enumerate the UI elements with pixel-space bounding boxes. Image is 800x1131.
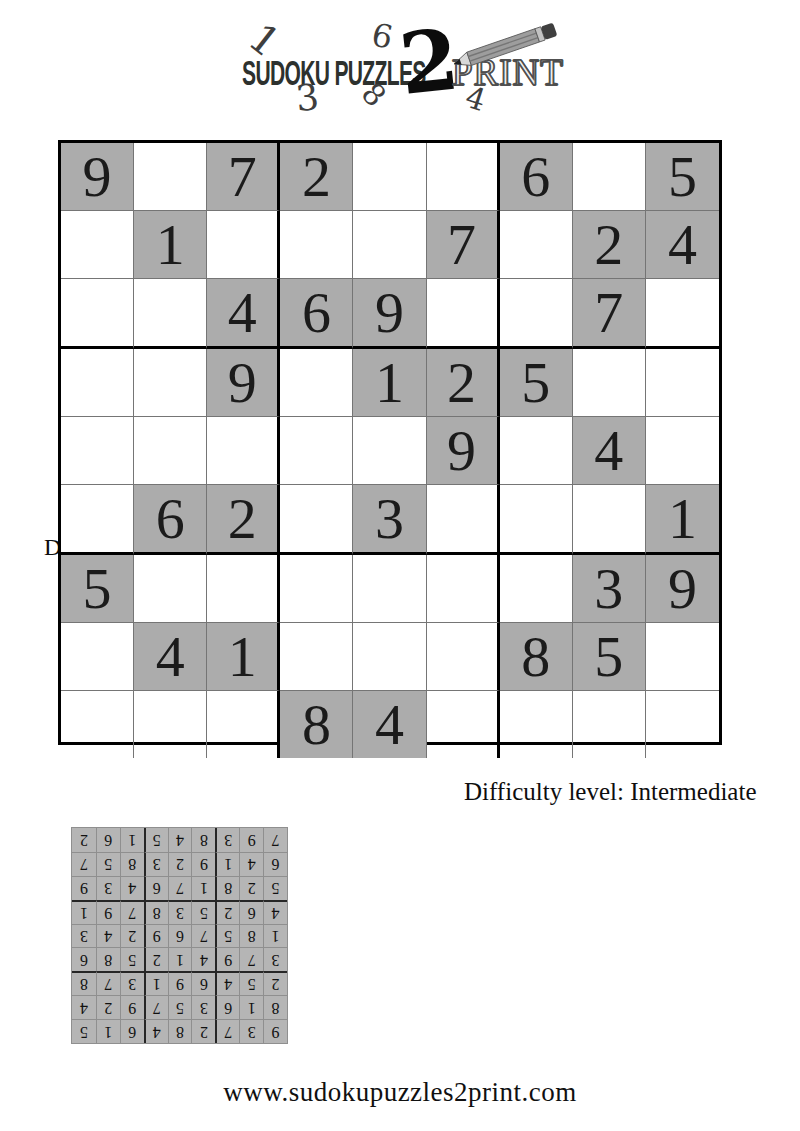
solution-cell-r4c8: 8 <box>96 947 120 971</box>
puzzle-cell-r4c6: 2 <box>427 349 500 417</box>
solution-cell-r3c2: 5 <box>239 971 263 995</box>
solution-cell-r4c5: 1 <box>168 947 192 971</box>
solution-cell-r2c3: 6 <box>215 995 239 1019</box>
solution-cell-r3c3: 4 <box>215 971 239 995</box>
puzzle-cell-r6c8[interactable] <box>573 485 646 555</box>
puzzle-cell-r7c3[interactable] <box>207 555 280 623</box>
difficulty-line: Difficulty level: Intermediate <box>464 778 757 806</box>
puzzle-cell-r5c8: 4 <box>573 417 646 485</box>
solution-cell-r4c2: 7 <box>239 947 263 971</box>
puzzle-cell-r4c2[interactable] <box>134 349 207 417</box>
solution-cell-r2c6: 7 <box>144 995 168 1019</box>
puzzle-cell-r4c9[interactable] <box>646 349 719 417</box>
puzzle-cell-r3c3: 4 <box>207 279 280 349</box>
solution-cell-r2c4: 3 <box>191 995 215 1019</box>
solution-cell-r4c9: 6 <box>72 947 96 971</box>
puzzle-cell-r2c3[interactable] <box>207 211 280 279</box>
solution-cell-r6c5: 3 <box>168 900 192 924</box>
puzzle-cell-r3c5: 9 <box>353 279 426 349</box>
puzzle-cell-r1c5[interactable] <box>353 143 426 211</box>
puzzle-cell-r7c1: 5 <box>61 555 134 623</box>
solution-cell-r3c7: 3 <box>120 971 144 995</box>
solution-cell-r5c7: 2 <box>120 924 144 948</box>
puzzle-cell-r6c5: 3 <box>353 485 426 555</box>
solution-cell-r7c5: 7 <box>168 876 192 900</box>
solution-cell-r1c2: 3 <box>239 1019 263 1043</box>
solution-cell-r1c5: 8 <box>168 1019 192 1043</box>
puzzle-cell-r3c8: 7 <box>573 279 646 349</box>
solution-cell-r8c8: 5 <box>96 852 120 876</box>
solution-cell-r3c6: 1 <box>144 971 168 995</box>
puzzle-cell-r2c9: 4 <box>646 211 719 279</box>
solution-cell-r5c8: 4 <box>96 924 120 948</box>
puzzle-cell-r9c5: 4 <box>353 691 426 758</box>
puzzle-cell-r7c4[interactable] <box>280 555 353 623</box>
solution-cell-r7c8: 3 <box>96 876 120 900</box>
solution-cell-r1c6: 4 <box>144 1019 168 1043</box>
solution-cell-r6c8: 9 <box>96 900 120 924</box>
solution-cell-r5c1: 1 <box>263 924 287 948</box>
solution-cell-r8c7: 8 <box>120 852 144 876</box>
solution-cell-r9c1: 7 <box>263 828 287 852</box>
solution-cell-r7c9: 9 <box>72 876 96 900</box>
puzzle-cell-r1c7: 6 <box>500 143 573 211</box>
solution-cell-r1c8: 1 <box>96 1019 120 1043</box>
puzzle-cell-r8c5[interactable] <box>353 623 426 691</box>
puzzle-cell-r6c3: 2 <box>207 485 280 555</box>
puzzle-cell-r8c4[interactable] <box>280 623 353 691</box>
solution-cell-r5c9: 3 <box>72 924 96 948</box>
puzzle-cell-r4c1[interactable] <box>61 349 134 417</box>
solution-cell-r3c4: 6 <box>191 971 215 995</box>
puzzle-cell-r5c9[interactable] <box>646 417 719 485</box>
solution-cell-r8c5: 2 <box>168 852 192 876</box>
solution-cell-r6c9: 1 <box>72 900 96 924</box>
solution-cell-r9c4: 8 <box>191 828 215 852</box>
puzzle-cell-r9c4: 8 <box>280 691 353 758</box>
solution-cell-r4c4: 4 <box>191 947 215 971</box>
footer-url: www.sudokupuzzles2print.com <box>0 1077 800 1108</box>
puzzle-cell-r1c2[interactable] <box>134 143 207 211</box>
puzzle-cell-r8c2: 4 <box>134 623 207 691</box>
solution-cell-r2c8: 2 <box>96 995 120 1019</box>
puzzle-cell-r7c9: 9 <box>646 555 719 623</box>
puzzle-cell-r3c2[interactable] <box>134 279 207 349</box>
puzzle-cell-r7c6[interactable] <box>427 555 500 623</box>
solution-cell-r9c9: 2 <box>72 828 96 852</box>
puzzle-cell-r5c7[interactable] <box>500 417 573 485</box>
puzzle-cell-r2c4[interactable] <box>280 211 353 279</box>
solution-cell-r5c3: 5 <box>215 924 239 948</box>
solution-cell-r3c9: 8 <box>72 971 96 995</box>
puzzle-cell-r4c4[interactable] <box>280 349 353 417</box>
puzzle-cell-r6c1[interactable] <box>61 485 134 555</box>
solution-cell-r8c2: 4 <box>239 852 263 876</box>
puzzle-cell-r2c6: 7 <box>427 211 500 279</box>
puzzle-cell-r1c8[interactable] <box>573 143 646 211</box>
puzzle-cell-r6c2: 6 <box>134 485 207 555</box>
puzzle-cell-r9c9[interactable] <box>646 691 719 758</box>
puzzle-cell-r6c9: 1 <box>646 485 719 555</box>
puzzle-cell-r5c4[interactable] <box>280 417 353 485</box>
puzzle-cell-r9c1[interactable] <box>61 691 134 758</box>
solution-cell-r3c5: 9 <box>168 971 192 995</box>
puzzle-cell-r2c7[interactable] <box>500 211 573 279</box>
solution-cell-r3c1: 2 <box>263 971 287 995</box>
solution-cell-r1c3: 7 <box>215 1019 239 1043</box>
puzzle-cell-r8c8: 5 <box>573 623 646 691</box>
page: 1 6 SUDOKU PUZZLES 2 PRINT 3 8 4 D 97265… <box>0 0 800 1131</box>
solution-cell-r2c9: 4 <box>72 995 96 1019</box>
solution-cell-r6c2: 6 <box>239 900 263 924</box>
solution-cell-r2c7: 9 <box>120 995 144 1019</box>
puzzle-cell-r6c7[interactable] <box>500 485 573 555</box>
solution-cell-r4c1: 3 <box>263 947 287 971</box>
solution-cell-r5c5: 6 <box>168 924 192 948</box>
solution-cell-r5c4: 7 <box>191 924 215 948</box>
solution-cell-r9c3: 3 <box>215 828 239 852</box>
logo-scatter-digit: 6 <box>369 18 396 54</box>
puzzle-cell-r9c3[interactable] <box>207 691 280 758</box>
solution-cell-r2c1: 8 <box>263 995 287 1019</box>
solution-cell-r1c7: 6 <box>120 1019 144 1043</box>
puzzle-cell-r4c7: 5 <box>500 349 573 417</box>
solution-cell-r4c7: 5 <box>120 947 144 971</box>
solution-cell-r1c4: 2 <box>191 1019 215 1043</box>
solution-cell-r1c1: 9 <box>263 1019 287 1043</box>
solution-cell-r1c9: 5 <box>72 1019 96 1043</box>
solution-cell-r8c6: 3 <box>144 852 168 876</box>
solution-cell-r8c1: 6 <box>263 852 287 876</box>
solution-cell-r6c4: 5 <box>191 900 215 924</box>
solution-cell-r4c3: 9 <box>215 947 239 971</box>
pencil-icon <box>438 8 578 78</box>
solution-cell-r7c7: 4 <box>120 876 144 900</box>
puzzle-cell-r9c7[interactable] <box>500 691 573 758</box>
sudoku-puzzle-grid: 97265172446979125946231539418584 <box>58 140 722 745</box>
solution-cell-r8c9: 7 <box>72 852 96 876</box>
puzzle-cell-r5c1[interactable] <box>61 417 134 485</box>
solution-cell-r7c2: 2 <box>239 876 263 900</box>
puzzle-cell-r8c3: 1 <box>207 623 280 691</box>
puzzle-cell-r2c8: 2 <box>573 211 646 279</box>
puzzle-cell-r2c2: 1 <box>134 211 207 279</box>
puzzle-cell-r7c5[interactable] <box>353 555 426 623</box>
puzzle-cell-r8c6[interactable] <box>427 623 500 691</box>
solution-cell-r7c1: 5 <box>263 876 287 900</box>
puzzle-cell-r8c9[interactable] <box>646 623 719 691</box>
solution-cell-r2c2: 1 <box>239 995 263 1019</box>
solution-cell-r5c6: 9 <box>144 924 168 948</box>
puzzle-cell-r4c3: 9 <box>207 349 280 417</box>
solution-cell-r8c4: 9 <box>191 852 215 876</box>
puzzle-cell-r3c9[interactable] <box>646 279 719 349</box>
puzzle-cell-r7c8: 3 <box>573 555 646 623</box>
puzzle-cell-r3c7[interactable] <box>500 279 573 349</box>
puzzle-cell-r4c8[interactable] <box>573 349 646 417</box>
puzzle-cell-r9c6[interactable] <box>427 691 500 758</box>
solution-cell-r9c2: 9 <box>239 828 263 852</box>
solution-cell-r6c6: 8 <box>144 900 168 924</box>
difficulty-label: Difficulty level: <box>464 778 624 805</box>
logo-scatter-digit: 3 <box>294 79 321 117</box>
solution-cell-r8c3: 1 <box>215 852 239 876</box>
puzzle-cell-r1c3: 7 <box>207 143 280 211</box>
puzzle-cell-r1c1: 9 <box>61 143 134 211</box>
puzzle-cell-r9c2[interactable] <box>134 691 207 758</box>
puzzle-cell-r5c3[interactable] <box>207 417 280 485</box>
puzzle-cell-r8c7: 8 <box>500 623 573 691</box>
puzzle-cell-r3c6[interactable] <box>427 279 500 349</box>
puzzle-cell-r7c7[interactable] <box>500 555 573 623</box>
solution-cell-r9c5: 4 <box>168 828 192 852</box>
solution-cell-r6c3: 2 <box>215 900 239 924</box>
solution-cell-r5c2: 8 <box>239 924 263 948</box>
solution-cell-r4c6: 2 <box>144 947 168 971</box>
solution-cell-r9c8: 6 <box>96 828 120 852</box>
puzzle-cell-r6c6[interactable] <box>427 485 500 555</box>
puzzle-cell-r3c4: 6 <box>280 279 353 349</box>
site-logo: 1 6 SUDOKU PUZZLES 2 PRINT 3 8 4 <box>240 20 570 120</box>
puzzle-cell-r8c1[interactable] <box>61 623 134 691</box>
solution-cell-r7c3: 8 <box>215 876 239 900</box>
puzzle-cell-r4c5: 1 <box>353 349 426 417</box>
puzzle-cell-r5c5[interactable] <box>353 417 426 485</box>
puzzle-cell-r1c4: 2 <box>280 143 353 211</box>
puzzle-cell-r1c6[interactable] <box>427 143 500 211</box>
solution-cell-r7c6: 6 <box>144 876 168 900</box>
puzzle-cell-r5c6: 9 <box>427 417 500 485</box>
puzzle-cell-r7c2[interactable] <box>134 555 207 623</box>
solution-cell-r7c4: 1 <box>191 876 215 900</box>
logo-title-sudoku-puzzles: SUDOKU PUZZLES <box>242 56 426 91</box>
solution-cell-r2c5: 5 <box>168 995 192 1019</box>
puzzle-cell-r5c2[interactable] <box>134 417 207 485</box>
solution-cell-r3c8: 7 <box>96 971 120 995</box>
puzzle-cell-r2c1[interactable] <box>61 211 134 279</box>
puzzle-cell-r6c4[interactable] <box>280 485 353 555</box>
difficulty-value: Intermediate <box>630 778 756 805</box>
puzzle-cell-r2c5[interactable] <box>353 211 426 279</box>
solution-cell-r6c1: 4 <box>263 900 287 924</box>
solution-cell-r9c6: 5 <box>144 828 168 852</box>
sudoku-solution-grid-upside-down: 9372846158163579242546913783794125861857… <box>71 827 288 1044</box>
puzzle-cell-r1c9: 5 <box>646 143 719 211</box>
solution-cell-r6c7: 7 <box>120 900 144 924</box>
solution-cell-r9c7: 1 <box>120 828 144 852</box>
puzzle-cell-r9c8[interactable] <box>573 691 646 758</box>
puzzle-cell-r3c1[interactable] <box>61 279 134 349</box>
